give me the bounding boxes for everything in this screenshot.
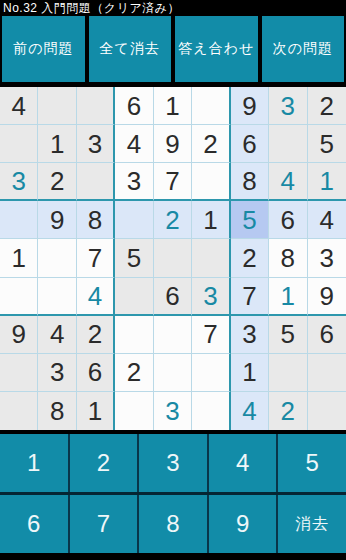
cell-r3c3[interactable] <box>77 163 115 201</box>
cell-r8c9[interactable] <box>308 354 346 392</box>
cell-r9c3[interactable]: 1 <box>77 392 115 430</box>
cell-r3c8[interactable]: 4 <box>269 163 307 201</box>
cell-r5c9[interactable]: 3 <box>308 239 346 277</box>
cell-r9c7[interactable]: 4 <box>231 392 269 430</box>
cell-r8c3[interactable]: 6 <box>77 354 115 392</box>
cell-r2c3[interactable]: 3 <box>77 125 115 163</box>
cell-r9c2[interactable]: 8 <box>38 392 76 430</box>
cell-r1c9[interactable]: 2 <box>308 87 346 125</box>
cell-r6c1[interactable] <box>0 278 38 316</box>
cell-r5c1[interactable]: 1 <box>0 239 38 277</box>
cell-r4c7[interactable]: 5 <box>231 201 269 239</box>
cell-r4c8[interactable]: 6 <box>269 201 307 239</box>
cell-r2c8[interactable] <box>269 125 307 163</box>
cell-r7c6[interactable]: 7 <box>192 316 230 354</box>
cell-r2c6[interactable]: 2 <box>192 125 230 163</box>
numpad-button-6[interactable]: 6 <box>0 495 68 553</box>
next-problem-button[interactable]: 次の問題 <box>262 16 345 82</box>
numpad-button-7[interactable]: 7 <box>70 495 138 553</box>
cell-r1c4[interactable]: 6 <box>115 87 153 125</box>
cell-r7c9[interactable]: 6 <box>308 316 346 354</box>
cell-r3c4[interactable]: 3 <box>115 163 153 201</box>
cell-r1c6[interactable] <box>192 87 230 125</box>
clear-all-button[interactable]: 全て消去 <box>89 16 172 82</box>
check-answer-button[interactable]: 答え合わせ <box>175 16 258 82</box>
cell-r4c4[interactable] <box>115 201 153 239</box>
cell-r4c1[interactable] <box>0 201 38 239</box>
cell-r5c2[interactable] <box>38 239 76 277</box>
cell-r4c9[interactable]: 4 <box>308 201 346 239</box>
cell-r1c7[interactable]: 9 <box>231 87 269 125</box>
cell-r5c3[interactable]: 7 <box>77 239 115 277</box>
cell-r8c6[interactable] <box>192 354 230 392</box>
cell-r8c1[interactable] <box>0 354 38 392</box>
cell-r6c3[interactable]: 4 <box>77 278 115 316</box>
cell-r4c5[interactable]: 2 <box>154 201 192 239</box>
numpad-button-1[interactable]: 1 <box>0 434 68 492</box>
numpad-row-1: 1 2 3 4 5 <box>0 434 346 492</box>
page-title: No.32 入門問題（クリア済み） <box>3 0 180 17</box>
cell-r5c4[interactable]: 5 <box>115 239 153 277</box>
toolbar: 前の問題 全て消去 答え合わせ 次の問題 <box>0 16 346 82</box>
cell-r3c5[interactable]: 7 <box>154 163 192 201</box>
title-bar: No.32 入門問題（クリア済み） <box>0 0 346 16</box>
cell-r3c1[interactable]: 3 <box>0 163 38 201</box>
cell-r5c8[interactable]: 8 <box>269 239 307 277</box>
cell-r2c9[interactable]: 5 <box>308 125 346 163</box>
numpad-button-erase[interactable]: 消去 <box>278 495 346 553</box>
cell-r6c2[interactable] <box>38 278 76 316</box>
cell-r2c1[interactable] <box>0 125 38 163</box>
cell-r8c4[interactable]: 2 <box>115 354 153 392</box>
cell-r9c4[interactable] <box>115 392 153 430</box>
numpad-button-5[interactable]: 5 <box>278 434 346 492</box>
cell-r1c3[interactable] <box>77 87 115 125</box>
cell-r8c8[interactable] <box>269 354 307 392</box>
cell-r2c7[interactable]: 6 <box>231 125 269 163</box>
sudoku-board: 4619321349265323784198215641752834637199… <box>0 87 346 430</box>
cell-r6c8[interactable]: 1 <box>269 278 307 316</box>
cell-r5c5[interactable] <box>154 239 192 277</box>
cell-r9c8[interactable]: 2 <box>269 392 307 430</box>
cell-r3c2[interactable]: 2 <box>38 163 76 201</box>
cell-r8c7[interactable]: 1 <box>231 354 269 392</box>
cell-r1c1[interactable]: 4 <box>0 87 38 125</box>
cell-r2c4[interactable]: 4 <box>115 125 153 163</box>
numpad-button-9[interactable]: 9 <box>209 495 277 553</box>
cell-r6c7[interactable]: 7 <box>231 278 269 316</box>
cell-r7c7[interactable]: 3 <box>231 316 269 354</box>
numpad-button-2[interactable]: 2 <box>70 434 138 492</box>
cell-r3c7[interactable]: 8 <box>231 163 269 201</box>
cell-r1c5[interactable]: 1 <box>154 87 192 125</box>
cell-r1c8[interactable]: 3 <box>269 87 307 125</box>
numpad-button-3[interactable]: 3 <box>139 434 207 492</box>
cell-r7c1[interactable]: 9 <box>0 316 38 354</box>
cell-r9c6[interactable] <box>192 392 230 430</box>
cell-r6c9[interactable]: 9 <box>308 278 346 316</box>
cell-r4c2[interactable]: 9 <box>38 201 76 239</box>
numpad-row-2: 6 7 8 9 消去 <box>0 495 346 553</box>
cell-r5c6[interactable] <box>192 239 230 277</box>
prev-problem-button[interactable]: 前の問題 <box>2 16 85 82</box>
cell-r1c2[interactable] <box>38 87 76 125</box>
cell-r7c2[interactable]: 4 <box>38 316 76 354</box>
cell-r3c9[interactable]: 1 <box>308 163 346 201</box>
cell-r9c5[interactable]: 3 <box>154 392 192 430</box>
cell-r4c6[interactable]: 1 <box>192 201 230 239</box>
cell-r8c5[interactable] <box>154 354 192 392</box>
cell-r9c9[interactable] <box>308 392 346 430</box>
cell-r7c5[interactable] <box>154 316 192 354</box>
cell-r7c8[interactable]: 5 <box>269 316 307 354</box>
numpad-button-4[interactable]: 4 <box>209 434 277 492</box>
cell-r9c1[interactable] <box>0 392 38 430</box>
cell-r5c7[interactable]: 2 <box>231 239 269 277</box>
bottom-strip <box>0 553 346 560</box>
cell-r7c4[interactable] <box>115 316 153 354</box>
cell-r3c6[interactable] <box>192 163 230 201</box>
cell-r4c3[interactable]: 8 <box>77 201 115 239</box>
cell-r6c4[interactable] <box>115 278 153 316</box>
cell-r6c5[interactable]: 6 <box>154 278 192 316</box>
cell-r8c2[interactable]: 3 <box>38 354 76 392</box>
numpad-button-8[interactable]: 8 <box>139 495 207 553</box>
cell-r2c5[interactable]: 9 <box>154 125 192 163</box>
cell-r2c2[interactable]: 1 <box>38 125 76 163</box>
cell-r7c3[interactable]: 2 <box>77 316 115 354</box>
cell-r6c6[interactable]: 3 <box>192 278 230 316</box>
